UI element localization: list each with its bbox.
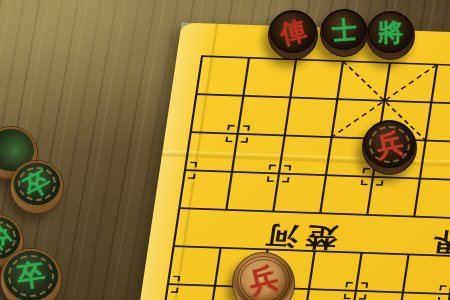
green-general-character: 將 xyxy=(378,20,403,45)
captured-green-soldier[interactable]: 卒 xyxy=(10,160,64,214)
captured-soldier-character: 卒 xyxy=(0,220,15,255)
captured-soldier-character: 卒 xyxy=(19,166,54,201)
captured-soldier-character: 卒 xyxy=(15,260,47,292)
green-general-piece[interactable]: 將 xyxy=(366,11,415,60)
red-soldier-character: 兵 xyxy=(373,128,405,160)
green-advisor-piece[interactable]: 士 xyxy=(320,9,368,57)
red-soldier-character: 兵 xyxy=(246,263,281,298)
red-chariot-piece[interactable]: 俥 xyxy=(268,10,318,60)
red-soldier-piece-advanced[interactable]: 兵 xyxy=(362,120,417,175)
green-advisor-character: 士 xyxy=(331,17,358,44)
river-text-han-jie: 漢界 xyxy=(423,227,450,259)
photo-scene: 楚河 漢界 俥 士 將 兵 兵 卒 卒 卒 xyxy=(0,0,450,300)
red-chariot-character: 俥 xyxy=(277,16,309,48)
river-text-chu-he: 楚河 xyxy=(257,221,341,253)
